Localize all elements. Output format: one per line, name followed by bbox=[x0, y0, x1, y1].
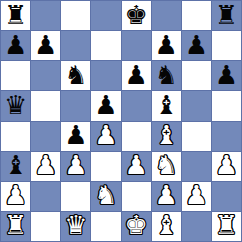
square-f5[interactable]: ♝ bbox=[152, 91, 181, 120]
square-g3[interactable] bbox=[182, 152, 211, 181]
square-h3[interactable]: ♟ bbox=[212, 152, 241, 181]
black-pawn[interactable]: ♟ bbox=[155, 32, 178, 58]
square-h6[interactable]: ♟ bbox=[212, 61, 241, 90]
black-bishop[interactable]: ♝ bbox=[4, 152, 27, 178]
square-e4[interactable] bbox=[122, 122, 151, 151]
white-pawn[interactable]: ♟ bbox=[4, 182, 27, 208]
white-pawn[interactable]: ♟ bbox=[94, 122, 117, 148]
square-h1[interactable]: ♜ bbox=[212, 212, 241, 241]
square-g1[interactable] bbox=[182, 212, 211, 241]
square-a7[interactable]: ♟ bbox=[1, 31, 30, 60]
square-e2[interactable] bbox=[122, 182, 151, 211]
square-e3[interactable]: ♟ bbox=[122, 152, 151, 181]
white-pawn[interactable]: ♟ bbox=[215, 152, 238, 178]
black-knight[interactable]: ♞ bbox=[64, 62, 87, 88]
white-bishop[interactable]: ♝ bbox=[155, 212, 178, 238]
square-g6[interactable] bbox=[182, 61, 211, 90]
square-d3[interactable] bbox=[91, 152, 120, 181]
square-e1[interactable]: ♚ bbox=[122, 212, 151, 241]
square-f7[interactable]: ♟ bbox=[152, 31, 181, 60]
square-d5[interactable]: ♟ bbox=[91, 91, 120, 120]
square-f6[interactable]: ♞ bbox=[152, 61, 181, 90]
square-b4[interactable] bbox=[31, 122, 60, 151]
black-bishop[interactable]: ♝ bbox=[155, 92, 178, 118]
square-c2[interactable] bbox=[61, 182, 90, 211]
square-c4[interactable]: ♟ bbox=[61, 122, 90, 151]
white-bishop[interactable]: ♝ bbox=[155, 122, 178, 148]
square-b3[interactable]: ♟ bbox=[31, 152, 60, 181]
square-a2[interactable]: ♟ bbox=[1, 182, 30, 211]
black-rook[interactable]: ♜ bbox=[4, 2, 27, 28]
square-g2[interactable]: ♟ bbox=[182, 182, 211, 211]
white-pawn[interactable]: ♟ bbox=[64, 152, 87, 178]
black-king[interactable]: ♚ bbox=[124, 2, 147, 28]
square-a8[interactable]: ♜ bbox=[1, 1, 30, 30]
square-a5[interactable]: ♛ bbox=[1, 91, 30, 120]
white-pawn[interactable]: ♟ bbox=[155, 182, 178, 208]
square-d2[interactable]: ♞ bbox=[91, 182, 120, 211]
square-e8[interactable]: ♚ bbox=[122, 1, 151, 30]
square-a1[interactable]: ♜ bbox=[1, 212, 30, 241]
white-rook[interactable]: ♜ bbox=[215, 212, 238, 238]
square-f2[interactable]: ♟ bbox=[152, 182, 181, 211]
square-b1[interactable] bbox=[31, 212, 60, 241]
white-pawn[interactable]: ♟ bbox=[34, 152, 57, 178]
square-c7[interactable] bbox=[61, 31, 90, 60]
square-a3[interactable]: ♝ bbox=[1, 152, 30, 181]
square-d1[interactable] bbox=[91, 212, 120, 241]
white-rook[interactable]: ♜ bbox=[4, 212, 27, 238]
square-b5[interactable] bbox=[31, 91, 60, 120]
black-pawn[interactable]: ♟ bbox=[215, 62, 238, 88]
square-d8[interactable] bbox=[91, 1, 120, 30]
square-b6[interactable] bbox=[31, 61, 60, 90]
black-rook[interactable]: ♜ bbox=[215, 2, 238, 28]
square-e6[interactable]: ♟ bbox=[122, 61, 151, 90]
square-d4[interactable]: ♟ bbox=[91, 122, 120, 151]
square-b8[interactable] bbox=[31, 1, 60, 30]
white-pawn[interactable]: ♟ bbox=[124, 152, 147, 178]
black-pawn[interactable]: ♟ bbox=[34, 32, 57, 58]
black-pawn[interactable]: ♟ bbox=[94, 92, 117, 118]
square-h4[interactable] bbox=[212, 122, 241, 151]
square-g4[interactable] bbox=[182, 122, 211, 151]
white-knight[interactable]: ♞ bbox=[94, 182, 117, 208]
square-g7[interactable]: ♟ bbox=[182, 31, 211, 60]
square-a6[interactable] bbox=[1, 61, 30, 90]
black-queen[interactable]: ♛ bbox=[4, 92, 27, 118]
square-f4[interactable]: ♝ bbox=[152, 122, 181, 151]
square-c1[interactable]: ♛ bbox=[61, 212, 90, 241]
white-knight[interactable]: ♞ bbox=[155, 152, 178, 178]
square-h5[interactable] bbox=[212, 91, 241, 120]
square-d6[interactable] bbox=[91, 61, 120, 90]
chess-board: ♜♚♜♟♟♟♟♞♟♞♟♛♟♝♟♟♝♝♟♟♟♞♟♟♞♟♟♜♛♚♝♜ bbox=[0, 0, 242, 242]
square-b7[interactable]: ♟ bbox=[31, 31, 60, 60]
white-queen[interactable]: ♛ bbox=[64, 212, 87, 238]
square-f8[interactable] bbox=[152, 1, 181, 30]
square-c5[interactable] bbox=[61, 91, 90, 120]
white-pawn[interactable]: ♟ bbox=[185, 182, 208, 208]
square-h2[interactable] bbox=[212, 182, 241, 211]
square-b2[interactable] bbox=[31, 182, 60, 211]
square-f3[interactable]: ♞ bbox=[152, 152, 181, 181]
square-f1[interactable]: ♝ bbox=[152, 212, 181, 241]
black-pawn[interactable]: ♟ bbox=[185, 32, 208, 58]
square-e7[interactable] bbox=[122, 31, 151, 60]
black-pawn[interactable]: ♟ bbox=[4, 32, 27, 58]
square-g8[interactable] bbox=[182, 1, 211, 30]
square-a4[interactable] bbox=[1, 122, 30, 151]
black-knight[interactable]: ♞ bbox=[155, 62, 178, 88]
square-c6[interactable]: ♞ bbox=[61, 61, 90, 90]
square-d7[interactable] bbox=[91, 31, 120, 60]
black-pawn[interactable]: ♟ bbox=[124, 62, 147, 88]
square-e5[interactable] bbox=[122, 91, 151, 120]
square-g5[interactable] bbox=[182, 91, 211, 120]
white-king[interactable]: ♚ bbox=[124, 212, 147, 238]
square-h7[interactable] bbox=[212, 31, 241, 60]
black-pawn[interactable]: ♟ bbox=[64, 122, 87, 148]
square-c3[interactable]: ♟ bbox=[61, 152, 90, 181]
square-c8[interactable] bbox=[61, 1, 90, 30]
square-h8[interactable]: ♜ bbox=[212, 1, 241, 30]
